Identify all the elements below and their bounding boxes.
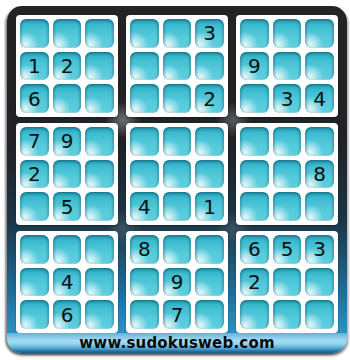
cell-r2c4[interactable]: [130, 52, 159, 81]
cell-r4c7[interactable]: [240, 127, 269, 156]
box-r2c0: 4 6: [16, 231, 118, 333]
cell-r4c2[interactable]: 9: [53, 127, 82, 156]
cell-r3c5[interactable]: [163, 84, 192, 113]
cell-r3c7[interactable]: [240, 84, 269, 113]
cell-r8c2[interactable]: 4: [53, 268, 82, 297]
box-r0c1: 3 2: [126, 15, 228, 117]
cell-r5c3[interactable]: [85, 160, 114, 189]
box-r2c1: 8 9 7: [126, 231, 228, 333]
cell-r8c5[interactable]: 9: [163, 268, 192, 297]
site-url-link[interactable]: www.sudokusweb.com: [79, 334, 274, 352]
cell-r1c7[interactable]: [240, 19, 269, 48]
site-footer: www.sudokusweb.com: [7, 333, 347, 353]
cell-r1c5[interactable]: [163, 19, 192, 48]
cell-r9c8[interactable]: [273, 300, 302, 329]
cell-r7c9[interactable]: 3: [305, 235, 334, 264]
cell-r8c6[interactable]: [195, 268, 224, 297]
cell-r4c9[interactable]: [305, 127, 334, 156]
cell-r9c9[interactable]: [305, 300, 334, 329]
cell-r5c4[interactable]: [130, 160, 159, 189]
cell-r5c5[interactable]: [163, 160, 192, 189]
board-frame: 12 6 3 2 9 3479 2 5 4 1 8 4 6 8 9 7 6532…: [7, 6, 347, 353]
cell-r1c3[interactable]: [85, 19, 114, 48]
cell-r6c4[interactable]: 4: [130, 192, 159, 221]
cell-r6c9[interactable]: [305, 192, 334, 221]
cell-r3c3[interactable]: [85, 84, 114, 113]
cell-r5c9[interactable]: 8: [305, 160, 334, 189]
cell-r9c7[interactable]: [240, 300, 269, 329]
cell-r2c2[interactable]: 2: [53, 52, 82, 81]
cell-r8c9[interactable]: [305, 268, 334, 297]
cell-r5c6[interactable]: [195, 160, 224, 189]
cell-r6c1[interactable]: [20, 192, 49, 221]
cell-r7c7[interactable]: 6: [240, 235, 269, 264]
cell-r6c8[interactable]: [273, 192, 302, 221]
cell-r2c9[interactable]: [305, 52, 334, 81]
cell-r9c6[interactable]: [195, 300, 224, 329]
cell-r6c6[interactable]: 1: [195, 192, 224, 221]
cell-r1c8[interactable]: [273, 19, 302, 48]
cell-r4c1[interactable]: 7: [20, 127, 49, 156]
cell-r1c4[interactable]: [130, 19, 159, 48]
cell-r9c3[interactable]: [85, 300, 114, 329]
cell-r9c5[interactable]: 7: [163, 300, 192, 329]
cell-r4c6[interactable]: [195, 127, 224, 156]
cell-r6c3[interactable]: [85, 192, 114, 221]
cell-r3c4[interactable]: [130, 84, 159, 113]
cell-r7c2[interactable]: [53, 235, 82, 264]
cell-r2c3[interactable]: [85, 52, 114, 81]
cell-r6c7[interactable]: [240, 192, 269, 221]
cell-r7c4[interactable]: 8: [130, 235, 159, 264]
cell-r2c7[interactable]: 9: [240, 52, 269, 81]
cell-r4c4[interactable]: [130, 127, 159, 156]
cell-r8c8[interactable]: [273, 268, 302, 297]
cell-r5c8[interactable]: [273, 160, 302, 189]
cell-r7c6[interactable]: [195, 235, 224, 264]
cell-r6c2[interactable]: 5: [53, 192, 82, 221]
cell-r7c1[interactable]: [20, 235, 49, 264]
cell-r6c5[interactable]: [163, 192, 192, 221]
cell-r7c5[interactable]: [163, 235, 192, 264]
cell-r1c2[interactable]: [53, 19, 82, 48]
box-r1c1: 4 1: [126, 123, 228, 225]
cell-r3c6[interactable]: 2: [195, 84, 224, 113]
cell-r9c2[interactable]: 6: [53, 300, 82, 329]
cell-r2c5[interactable]: [163, 52, 192, 81]
box-r0c0: 12 6: [16, 15, 118, 117]
cell-r5c1[interactable]: 2: [20, 160, 49, 189]
box-r0c2: 9 34: [236, 15, 338, 117]
cell-r8c3[interactable]: [85, 268, 114, 297]
cell-r2c6[interactable]: [195, 52, 224, 81]
cell-r7c3[interactable]: [85, 235, 114, 264]
cell-r1c9[interactable]: [305, 19, 334, 48]
cell-r3c2[interactable]: [53, 84, 82, 113]
box-r2c2: 6532: [236, 231, 338, 333]
box-r1c2: 8: [236, 123, 338, 225]
cell-r1c6[interactable]: 3: [195, 19, 224, 48]
cell-r8c4[interactable]: [130, 268, 159, 297]
cell-r9c1[interactable]: [20, 300, 49, 329]
cell-r5c7[interactable]: [240, 160, 269, 189]
sudoku-poster: 12 6 3 2 9 3479 2 5 4 1 8 4 6 8 9 7 6532…: [0, 0, 350, 360]
box-r1c0: 79 2 5: [16, 123, 118, 225]
cell-r3c9[interactable]: 4: [305, 84, 334, 113]
cell-r4c5[interactable]: [163, 127, 192, 156]
cell-r5c2[interactable]: [53, 160, 82, 189]
cell-r3c8[interactable]: 3: [273, 84, 302, 113]
cell-r4c8[interactable]: [273, 127, 302, 156]
cell-r2c8[interactable]: [273, 52, 302, 81]
cell-r8c7[interactable]: 2: [240, 268, 269, 297]
cell-r1c1[interactable]: [20, 19, 49, 48]
cell-r8c1[interactable]: [20, 268, 49, 297]
sudoku-board: 12 6 3 2 9 3479 2 5 4 1 8 4 6 8 9 7 6532: [16, 15, 338, 333]
cell-r2c1[interactable]: 1: [20, 52, 49, 81]
cell-r7c8[interactable]: 5: [273, 235, 302, 264]
cell-r3c1[interactable]: 6: [20, 84, 49, 113]
cell-r9c4[interactable]: [130, 300, 159, 329]
cell-r4c3[interactable]: [85, 127, 114, 156]
